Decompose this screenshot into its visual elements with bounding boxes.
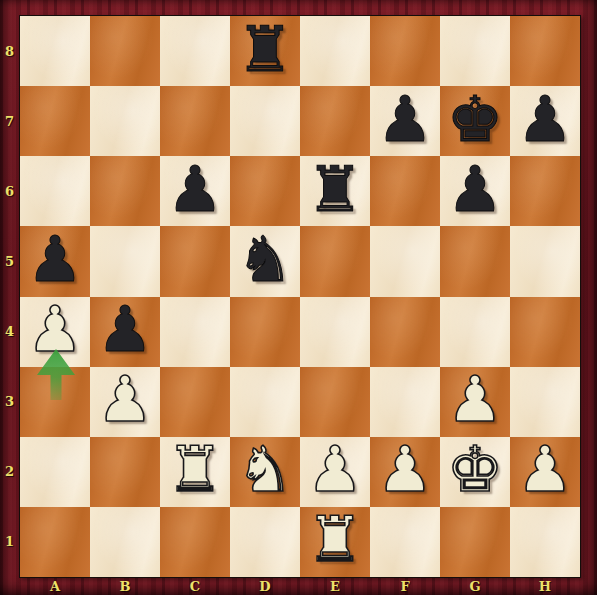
square-g2[interactable]: ♚	[440, 437, 510, 507]
board-grid: ♜♟♚♟♟♜♟♟♞♟♟♟♟♜♞♟♟♚♟♜	[19, 15, 581, 578]
square-c8[interactable]	[160, 16, 230, 86]
square-g1[interactable]	[440, 507, 510, 577]
square-a4[interactable]: ♟	[20, 297, 90, 367]
rank-labels: 87654321	[0, 16, 19, 577]
square-f4[interactable]	[370, 297, 440, 367]
white-pawn-h2[interactable]: ♟	[517, 438, 573, 501]
square-f2[interactable]: ♟	[370, 437, 440, 507]
square-c5[interactable]	[160, 226, 230, 296]
square-h4[interactable]	[510, 297, 580, 367]
black-king-g7[interactable]: ♚	[447, 88, 503, 151]
square-a6[interactable]	[20, 156, 90, 226]
square-h8[interactable]	[510, 16, 580, 86]
square-b2[interactable]	[90, 437, 160, 507]
square-c3[interactable]	[160, 367, 230, 437]
square-f8[interactable]	[370, 16, 440, 86]
square-g7[interactable]: ♚	[440, 86, 510, 156]
square-d3[interactable]	[230, 367, 300, 437]
square-e7[interactable]	[300, 86, 370, 156]
rank-label-2: 2	[0, 437, 19, 507]
square-a2[interactable]	[20, 437, 90, 507]
square-e6[interactable]: ♜	[300, 156, 370, 226]
black-pawn-g6[interactable]: ♟	[447, 158, 503, 221]
white-rook-e1[interactable]: ♜	[307, 508, 363, 571]
white-king-g2[interactable]: ♚	[447, 438, 503, 501]
chessboard-window: 87654321 ♜♟♚♟♟♜♟♟♞♟♟♟♟♜♞♟♟♚♟♜ ABCDEFGH	[0, 0, 597, 595]
file-label-d: D	[230, 577, 300, 595]
square-d5[interactable]: ♞	[230, 226, 300, 296]
square-f6[interactable]	[370, 156, 440, 226]
square-e1[interactable]: ♜	[300, 507, 370, 577]
file-label-c: C	[160, 577, 230, 595]
square-g8[interactable]	[440, 16, 510, 86]
white-pawn-a4[interactable]: ♟	[27, 298, 83, 361]
square-h6[interactable]	[510, 156, 580, 226]
square-e4[interactable]	[300, 297, 370, 367]
square-a7[interactable]	[20, 86, 90, 156]
square-f5[interactable]	[370, 226, 440, 296]
square-h5[interactable]	[510, 226, 580, 296]
square-a3[interactable]	[20, 367, 90, 437]
square-g3[interactable]: ♟	[440, 367, 510, 437]
file-label-f: F	[370, 577, 440, 595]
square-h7[interactable]: ♟	[510, 86, 580, 156]
square-d2[interactable]: ♞	[230, 437, 300, 507]
black-pawn-b4[interactable]: ♟	[97, 298, 153, 361]
file-label-b: B	[90, 577, 160, 595]
square-e5[interactable]	[300, 226, 370, 296]
square-e2[interactable]: ♟	[300, 437, 370, 507]
square-b7[interactable]	[90, 86, 160, 156]
square-g5[interactable]	[440, 226, 510, 296]
rank-label-7: 7	[0, 86, 19, 156]
rank-label-8: 8	[0, 16, 19, 86]
rank-label-1: 1	[0, 507, 19, 577]
black-pawn-a5[interactable]: ♟	[27, 228, 83, 291]
square-b1[interactable]	[90, 507, 160, 577]
black-rook-e6[interactable]: ♜	[307, 158, 363, 221]
square-f3[interactable]	[370, 367, 440, 437]
square-h3[interactable]	[510, 367, 580, 437]
square-b8[interactable]	[90, 16, 160, 86]
file-label-g: G	[440, 577, 510, 595]
rank-label-5: 5	[0, 226, 19, 296]
square-a5[interactable]: ♟	[20, 226, 90, 296]
file-label-h: H	[510, 577, 580, 595]
square-h2[interactable]: ♟	[510, 437, 580, 507]
square-e3[interactable]	[300, 367, 370, 437]
file-label-e: E	[300, 577, 370, 595]
square-g6[interactable]: ♟	[440, 156, 510, 226]
file-labels: ABCDEFGH	[20, 577, 580, 595]
white-rook-c2[interactable]: ♜	[167, 438, 223, 501]
square-f1[interactable]	[370, 507, 440, 577]
white-pawn-b3[interactable]: ♟	[97, 368, 153, 431]
square-b6[interactable]	[90, 156, 160, 226]
square-b3[interactable]: ♟	[90, 367, 160, 437]
square-b5[interactable]	[90, 226, 160, 296]
square-c6[interactable]: ♟	[160, 156, 230, 226]
square-d7[interactable]	[230, 86, 300, 156]
black-pawn-c6[interactable]: ♟	[167, 158, 223, 221]
square-a8[interactable]	[20, 16, 90, 86]
white-knight-d2[interactable]: ♞	[237, 438, 293, 501]
black-knight-d5[interactable]: ♞	[237, 228, 293, 291]
black-pawn-h7[interactable]: ♟	[517, 88, 573, 151]
white-pawn-e2[interactable]: ♟	[307, 438, 363, 501]
rank-label-3: 3	[0, 367, 19, 437]
square-d8[interactable]: ♜	[230, 16, 300, 86]
white-pawn-g3[interactable]: ♟	[447, 368, 503, 431]
white-pawn-f2[interactable]: ♟	[377, 438, 433, 501]
square-c4[interactable]	[160, 297, 230, 367]
square-f7[interactable]: ♟	[370, 86, 440, 156]
square-e8[interactable]	[300, 16, 370, 86]
square-c7[interactable]	[160, 86, 230, 156]
black-rook-d8[interactable]: ♜	[237, 18, 293, 81]
black-pawn-f7[interactable]: ♟	[377, 88, 433, 151]
square-a1[interactable]	[20, 507, 90, 577]
file-label-a: A	[20, 577, 90, 595]
rank-label-4: 4	[0, 297, 19, 367]
square-h1[interactable]	[510, 507, 580, 577]
square-c1[interactable]	[160, 507, 230, 577]
square-b4[interactable]: ♟	[90, 297, 160, 367]
square-g4[interactable]	[440, 297, 510, 367]
square-d1[interactable]	[230, 507, 300, 577]
square-d4[interactable]	[230, 297, 300, 367]
square-c2[interactable]: ♜	[160, 437, 230, 507]
rank-label-6: 6	[0, 156, 19, 226]
square-d6[interactable]	[230, 156, 300, 226]
